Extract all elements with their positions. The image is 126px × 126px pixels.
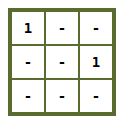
cell-r2c2[interactable]: - (80, 80, 112, 112)
cell-r0c1[interactable]: - (46, 12, 78, 44)
cell-r0c2[interactable]: - (80, 12, 112, 44)
cell-r2c1[interactable]: - (46, 80, 78, 112)
cell-r2c0[interactable]: - (12, 80, 44, 112)
puzzle-board: 1 - - - - 1 - - - (8, 8, 116, 116)
cell-r1c0[interactable]: - (12, 46, 44, 78)
cell-r1c2[interactable]: 1 (80, 46, 112, 78)
cell-r1c1[interactable]: - (46, 46, 78, 78)
cell-r0c0[interactable]: 1 (12, 12, 44, 44)
